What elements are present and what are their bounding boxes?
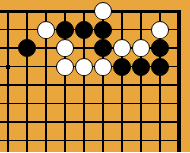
stone-glyph: ● bbox=[114, 41, 131, 55]
white-stone-s18[interactable]: ● bbox=[151, 21, 169, 39]
white-stone-r17[interactable]: ● bbox=[132, 39, 150, 57]
stone-glyph: ● bbox=[152, 41, 169, 55]
star-point-k16 bbox=[6, 65, 10, 69]
black-stone-s16[interactable]: ● bbox=[151, 58, 169, 76]
white-stone-n17[interactable]: ● bbox=[56, 39, 74, 57]
white-stone-n16[interactable]: ● bbox=[56, 58, 74, 76]
stone-glyph: ● bbox=[95, 4, 112, 18]
stone-glyph: ● bbox=[133, 60, 150, 74]
stone-glyph: ● bbox=[95, 41, 112, 55]
board-vline bbox=[7, 10, 9, 153]
white-stone-p19[interactable]: ● bbox=[94, 2, 112, 20]
black-stone-n18[interactable]: ● bbox=[56, 21, 74, 39]
stone-glyph: ● bbox=[95, 23, 112, 37]
stone-glyph: ● bbox=[95, 60, 112, 74]
stone-glyph: ● bbox=[152, 60, 169, 74]
stone-glyph: ● bbox=[76, 60, 93, 74]
stone-glyph: ● bbox=[57, 23, 74, 37]
stone-glyph: ● bbox=[57, 60, 74, 74]
board-vline bbox=[26, 10, 28, 153]
black-stone-p17[interactable]: ● bbox=[94, 39, 112, 57]
black-stone-p18[interactable]: ● bbox=[94, 21, 112, 39]
white-stone-m18[interactable]: ● bbox=[37, 21, 55, 39]
stone-glyph: ● bbox=[76, 23, 93, 37]
stone-glyph: ● bbox=[57, 41, 74, 55]
black-stone-q16[interactable]: ● bbox=[113, 58, 131, 76]
black-stone-o18[interactable]: ● bbox=[75, 21, 93, 39]
stone-glyph: ● bbox=[152, 23, 169, 37]
go-board: ●●●●●●●●●●●●●●●●●● bbox=[0, 0, 190, 152]
stone-glyph: ● bbox=[19, 41, 36, 55]
board-vline bbox=[121, 10, 123, 153]
black-stone-l17[interactable]: ● bbox=[18, 39, 36, 57]
stone-glyph: ● bbox=[114, 60, 131, 74]
board-vline bbox=[140, 10, 142, 153]
white-stone-q17[interactable]: ● bbox=[113, 39, 131, 57]
stone-glyph: ● bbox=[133, 41, 150, 55]
board-right-edge-line bbox=[177, 10, 181, 153]
stone-glyph: ● bbox=[38, 23, 55, 37]
black-stone-s17[interactable]: ● bbox=[151, 39, 169, 57]
white-stone-p16[interactable]: ● bbox=[94, 58, 112, 76]
black-stone-r16[interactable]: ● bbox=[132, 58, 150, 76]
white-stone-o16[interactable]: ● bbox=[75, 58, 93, 76]
